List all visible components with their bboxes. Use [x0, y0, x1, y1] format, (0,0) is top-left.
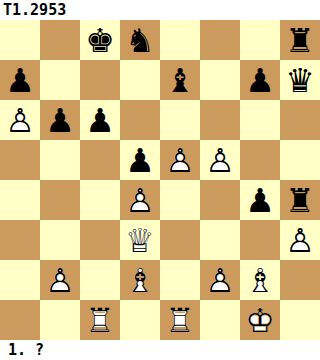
piece-black-pawn: ♟	[120, 140, 160, 180]
square-d8[interactable]: ♞	[120, 20, 160, 60]
piece-white-queen: ♕	[120, 220, 160, 260]
square-h5[interactable]	[280, 140, 320, 180]
square-f2[interactable]: ♟♙	[200, 260, 240, 300]
square-e1[interactable]: ♜♖	[160, 300, 200, 340]
square-b2[interactable]: ♟♙	[40, 260, 80, 300]
piece-white-rook: ♖	[160, 300, 200, 340]
piece-white-bishop: ♗	[240, 260, 280, 300]
piece-black-knight: ♞	[120, 20, 160, 60]
chess-board: ♚♞♜♟♝♟♛♟♙♟♟♟♟♙♟♙♟♙♟♜♛♕♟♙♟♙♝♗♟♙♝♗♜♖♜♖♚♔	[0, 20, 320, 340]
square-f5[interactable]: ♟♙	[200, 140, 240, 180]
square-e8[interactable]	[160, 20, 200, 60]
piece-black-pawn: ♟	[240, 180, 280, 220]
square-c7[interactable]	[80, 60, 120, 100]
square-a1[interactable]	[0, 300, 40, 340]
square-d5[interactable]: ♟	[120, 140, 160, 180]
piece-white-pawn: ♙	[0, 100, 40, 140]
piece-white-pawn: ♙	[280, 220, 320, 260]
piece-white-pawn: ♙	[200, 140, 240, 180]
square-b7[interactable]	[40, 60, 80, 100]
square-c3[interactable]	[80, 220, 120, 260]
piece-white-pawn-fill: ♟	[280, 220, 320, 260]
piece-white-pawn-fill: ♟	[0, 100, 40, 140]
piece-white-bishop-fill: ♝	[120, 260, 160, 300]
piece-white-pawn: ♙	[40, 260, 80, 300]
square-c5[interactable]	[80, 140, 120, 180]
square-c6[interactable]: ♟	[80, 100, 120, 140]
square-h3[interactable]: ♟♙	[280, 220, 320, 260]
piece-black-bishop: ♝	[160, 60, 200, 100]
square-b3[interactable]	[40, 220, 80, 260]
square-f6[interactable]	[200, 100, 240, 140]
piece-black-king: ♚	[80, 20, 120, 60]
piece-black-pawn: ♟	[240, 60, 280, 100]
square-b6[interactable]: ♟	[40, 100, 80, 140]
square-b1[interactable]	[40, 300, 80, 340]
piece-white-queen-fill: ♛	[120, 220, 160, 260]
square-f4[interactable]	[200, 180, 240, 220]
square-h7[interactable]: ♛	[280, 60, 320, 100]
piece-white-pawn-fill: ♟	[200, 260, 240, 300]
square-h6[interactable]	[280, 100, 320, 140]
piece-black-pawn: ♟	[0, 60, 40, 100]
piece-white-rook-fill: ♜	[80, 300, 120, 340]
square-h2[interactable]	[280, 260, 320, 300]
square-f3[interactable]	[200, 220, 240, 260]
square-e3[interactable]	[160, 220, 200, 260]
square-f1[interactable]	[200, 300, 240, 340]
square-d1[interactable]	[120, 300, 160, 340]
square-d4[interactable]: ♟♙	[120, 180, 160, 220]
square-g6[interactable]	[240, 100, 280, 140]
square-f7[interactable]	[200, 60, 240, 100]
piece-white-pawn-fill: ♟	[40, 260, 80, 300]
square-g1[interactable]: ♚♔	[240, 300, 280, 340]
square-e6[interactable]	[160, 100, 200, 140]
square-b5[interactable]	[40, 140, 80, 180]
square-d3[interactable]: ♛♕	[120, 220, 160, 260]
piece-white-bishop-fill: ♝	[240, 260, 280, 300]
piece-black-rook: ♜	[280, 20, 320, 60]
square-g4[interactable]: ♟	[240, 180, 280, 220]
square-a5[interactable]	[0, 140, 40, 180]
piece-white-bishop: ♗	[120, 260, 160, 300]
square-e4[interactable]	[160, 180, 200, 220]
piece-white-pawn-fill: ♟	[160, 140, 200, 180]
piece-white-rook-fill: ♜	[160, 300, 200, 340]
square-e7[interactable]: ♝	[160, 60, 200, 100]
piece-black-pawn: ♟	[40, 100, 80, 140]
square-a8[interactable]	[0, 20, 40, 60]
piece-white-rook: ♖	[80, 300, 120, 340]
piece-black-rook: ♜	[280, 180, 320, 220]
square-a7[interactable]: ♟	[0, 60, 40, 100]
square-g2[interactable]: ♝♗	[240, 260, 280, 300]
piece-white-pawn-fill: ♟	[120, 180, 160, 220]
square-c1[interactable]: ♜♖	[80, 300, 120, 340]
square-c2[interactable]	[80, 260, 120, 300]
square-g3[interactable]	[240, 220, 280, 260]
square-f8[interactable]	[200, 20, 240, 60]
piece-black-queen: ♛	[280, 60, 320, 100]
piece-white-king: ♔	[240, 300, 280, 340]
square-g8[interactable]	[240, 20, 280, 60]
square-c4[interactable]	[80, 180, 120, 220]
piece-white-king-fill: ♚	[240, 300, 280, 340]
move-prompt: 1. ?	[0, 340, 320, 360]
square-h4[interactable]: ♜	[280, 180, 320, 220]
puzzle-id-label: T1.2953	[0, 0, 320, 20]
square-a6[interactable]: ♟♙	[0, 100, 40, 140]
piece-white-pawn: ♙	[160, 140, 200, 180]
piece-black-pawn: ♟	[80, 100, 120, 140]
piece-white-pawn: ♙	[120, 180, 160, 220]
piece-white-pawn: ♙	[200, 260, 240, 300]
square-d6[interactable]	[120, 100, 160, 140]
square-a3[interactable]	[0, 220, 40, 260]
square-c8[interactable]: ♚	[80, 20, 120, 60]
square-d7[interactable]	[120, 60, 160, 100]
square-e5[interactable]: ♟♙	[160, 140, 200, 180]
piece-white-pawn-fill: ♟	[200, 140, 240, 180]
square-h8[interactable]: ♜	[280, 20, 320, 60]
square-b8[interactable]	[40, 20, 80, 60]
square-g7[interactable]: ♟	[240, 60, 280, 100]
square-b4[interactable]	[40, 180, 80, 220]
square-a4[interactable]	[0, 180, 40, 220]
square-e2[interactable]	[160, 260, 200, 300]
square-h1[interactable]	[280, 300, 320, 340]
square-a2[interactable]	[0, 260, 40, 300]
square-g5[interactable]	[240, 140, 280, 180]
square-d2[interactable]: ♝♗	[120, 260, 160, 300]
